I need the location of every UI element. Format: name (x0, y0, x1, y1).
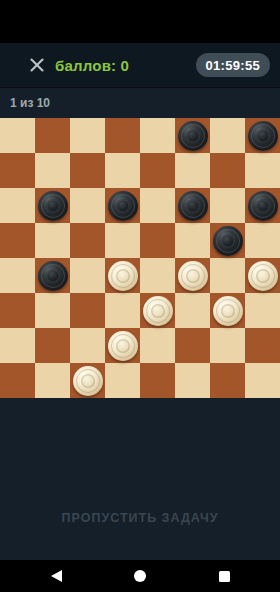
board-square-h7[interactable] (245, 153, 280, 188)
header: баллов: 0 01:59:55 (0, 43, 280, 88)
black-checker[interactable] (213, 226, 243, 256)
board-square-a1[interactable] (0, 363, 35, 398)
board-square-g3[interactable] (210, 293, 245, 328)
black-checker[interactable] (108, 191, 138, 221)
black-checker[interactable] (178, 121, 208, 151)
board-square-h4[interactable] (245, 258, 280, 293)
board-square-h1[interactable] (245, 363, 280, 398)
board-square-b8[interactable] (35, 118, 70, 153)
board-square-a4[interactable] (0, 258, 35, 293)
checkers-board (0, 118, 280, 398)
bottom-area: ПРОПУСТИТЬ ЗАДАЧУ (0, 398, 280, 560)
board-square-d5[interactable] (105, 223, 140, 258)
white-checker[interactable] (248, 261, 278, 291)
board-square-e3[interactable] (140, 293, 175, 328)
board-square-e7[interactable] (140, 153, 175, 188)
board-square-g2[interactable] (210, 328, 245, 363)
board-square-b3[interactable] (35, 293, 70, 328)
board-square-g8[interactable] (210, 118, 245, 153)
board-square-c4[interactable] (70, 258, 105, 293)
board-square-g4[interactable] (210, 258, 245, 293)
black-checker[interactable] (248, 121, 278, 151)
white-checker[interactable] (178, 261, 208, 291)
board-square-d3[interactable] (105, 293, 140, 328)
board-square-a5[interactable] (0, 223, 35, 258)
board-square-f1[interactable] (175, 363, 210, 398)
board-square-d7[interactable] (105, 153, 140, 188)
board-square-b4[interactable] (35, 258, 70, 293)
close-x-glyph (29, 57, 45, 73)
board-square-e4[interactable] (140, 258, 175, 293)
board-square-h6[interactable] (245, 188, 280, 223)
black-checker[interactable] (38, 261, 68, 291)
board-square-g6[interactable] (210, 188, 245, 223)
nav-back-button[interactable] (36, 560, 76, 592)
board-square-d2[interactable] (105, 328, 140, 363)
board-square-h8[interactable] (245, 118, 280, 153)
board-square-g1[interactable] (210, 363, 245, 398)
puzzle-counter: 1 из 10 (10, 96, 50, 110)
android-nav-bar (0, 560, 280, 592)
progress-row: 1 из 10 (0, 88, 280, 118)
board-square-c5[interactable] (70, 223, 105, 258)
board-square-f8[interactable] (175, 118, 210, 153)
board-square-a6[interactable] (0, 188, 35, 223)
board-square-a3[interactable] (0, 293, 35, 328)
board-square-b7[interactable] (35, 153, 70, 188)
timer-value: 01:59:55 (206, 58, 260, 73)
black-checker[interactable] (248, 191, 278, 221)
white-checker[interactable] (73, 366, 103, 396)
white-checker[interactable] (213, 296, 243, 326)
board-square-b5[interactable] (35, 223, 70, 258)
board-square-c6[interactable] (70, 188, 105, 223)
board-square-h2[interactable] (245, 328, 280, 363)
timer-badge: 01:59:55 (196, 53, 270, 77)
home-circle-icon (134, 570, 146, 582)
black-checker[interactable] (38, 191, 68, 221)
status-bar (0, 0, 280, 43)
board-square-f2[interactable] (175, 328, 210, 363)
skip-task-button[interactable]: ПРОПУСТИТЬ ЗАДАЧУ (0, 511, 280, 525)
back-triangle-icon (51, 570, 62, 582)
board-square-f6[interactable] (175, 188, 210, 223)
board-square-a7[interactable] (0, 153, 35, 188)
board-square-f3[interactable] (175, 293, 210, 328)
board-square-g5[interactable] (210, 223, 245, 258)
board-square-f7[interactable] (175, 153, 210, 188)
board-square-e2[interactable] (140, 328, 175, 363)
board-square-c3[interactable] (70, 293, 105, 328)
board-square-c1[interactable] (70, 363, 105, 398)
board-square-e6[interactable] (140, 188, 175, 223)
board-square-c7[interactable] (70, 153, 105, 188)
nav-home-button[interactable] (120, 560, 160, 592)
score-label: баллов: 0 (55, 57, 129, 74)
board-square-a8[interactable] (0, 118, 35, 153)
board-square-c8[interactable] (70, 118, 105, 153)
board-square-d8[interactable] (105, 118, 140, 153)
close-icon[interactable] (27, 55, 47, 75)
board-square-d1[interactable] (105, 363, 140, 398)
board-square-d6[interactable] (105, 188, 140, 223)
board-square-h5[interactable] (245, 223, 280, 258)
board-square-d4[interactable] (105, 258, 140, 293)
board-square-b6[interactable] (35, 188, 70, 223)
white-checker[interactable] (143, 296, 173, 326)
board-square-b2[interactable] (35, 328, 70, 363)
app-screen: баллов: 0 01:59:55 1 из 10 ПРОПУСТИТЬ ЗА… (0, 0, 280, 592)
board-square-f4[interactable] (175, 258, 210, 293)
board-square-g7[interactable] (210, 153, 245, 188)
board-square-e5[interactable] (140, 223, 175, 258)
nav-recents-button[interactable] (204, 560, 244, 592)
black-checker[interactable] (178, 191, 208, 221)
board-square-b1[interactable] (35, 363, 70, 398)
white-checker[interactable] (108, 331, 138, 361)
board-square-e8[interactable] (140, 118, 175, 153)
board-square-a2[interactable] (0, 328, 35, 363)
board-square-c2[interactable] (70, 328, 105, 363)
white-checker[interactable] (108, 261, 138, 291)
board-square-h3[interactable] (245, 293, 280, 328)
board-square-f5[interactable] (175, 223, 210, 258)
recents-square-icon (219, 571, 230, 582)
board-square-e1[interactable] (140, 363, 175, 398)
